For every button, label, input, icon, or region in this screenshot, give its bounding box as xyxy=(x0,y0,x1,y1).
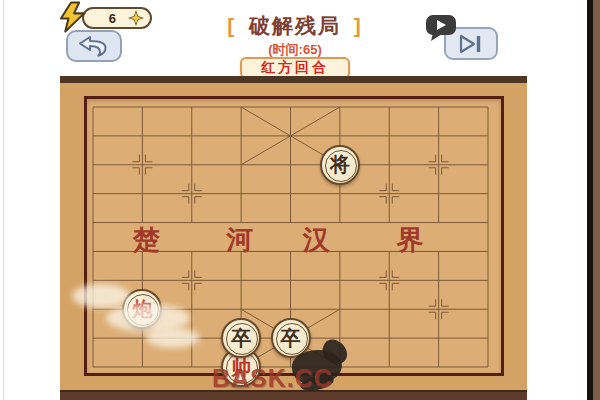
undo-button[interactable] xyxy=(66,30,122,62)
screen-right-edge-brown xyxy=(593,0,600,400)
page-title: [ 破解残局 ] xyxy=(150,12,440,40)
title-bracket-open: [ xyxy=(227,14,236,37)
watermark-text: BASK.CC xyxy=(212,364,333,393)
screen-left-edge xyxy=(3,0,4,400)
cloud-decoration xyxy=(146,328,200,348)
video-ad-bubble-icon xyxy=(423,13,463,43)
river-label-left: 楚 河 xyxy=(133,222,284,258)
lightning-bolt-icon xyxy=(56,1,92,33)
board-top-edge xyxy=(60,76,527,83)
cloud-decoration xyxy=(72,284,130,308)
title-text: 破解残局 xyxy=(249,14,341,37)
add-energy-button[interactable] xyxy=(128,10,144,26)
undo-arrow-icon xyxy=(77,34,111,58)
xiangqi-piece-black[interactable]: 卒 xyxy=(221,318,261,358)
energy-value: 6 xyxy=(109,11,116,26)
xiangqi-board: 楚 河 汉 界 将炮卒卒帅 xyxy=(60,76,527,400)
energy-counter: 6 xyxy=(82,7,152,29)
xiangqi-piece-black[interactable]: 将 xyxy=(320,145,360,185)
title-bracket-close: ] xyxy=(354,14,363,37)
river-label-right: 汉 界 xyxy=(303,222,454,258)
